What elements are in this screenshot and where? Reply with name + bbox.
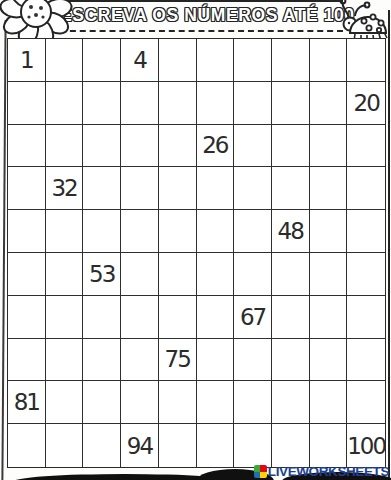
grid-cell-empty[interactable] [46, 125, 84, 168]
grid-cell-empty[interactable] [347, 210, 385, 253]
liveworksheets-watermark: LIVEWORKSHEETS [254, 464, 389, 479]
grid-cell-empty[interactable] [197, 210, 235, 253]
grid-cell-empty[interactable] [121, 381, 159, 424]
grid-cell-empty[interactable] [197, 167, 235, 210]
grid-cell-empty[interactable] [83, 39, 121, 82]
watermark-text: LIVEWORKSHEETS [268, 464, 389, 479]
grid-cell-empty[interactable] [8, 167, 46, 210]
grid-cell-empty[interactable] [83, 125, 121, 168]
grid-cell-given: 67 [234, 296, 272, 339]
grid-cell-given: 94 [121, 424, 159, 467]
grid-cell-given: 4 [121, 39, 159, 82]
grid-cell-empty[interactable] [46, 253, 84, 296]
grid-cell-empty[interactable] [197, 39, 235, 82]
grid-cell-empty[interactable] [272, 82, 310, 125]
grid-cell-empty[interactable] [310, 167, 348, 210]
grid-cell-empty[interactable] [46, 39, 84, 82]
grid-cell-empty[interactable] [272, 381, 310, 424]
hundred-chart-grid: 14202632485367758194100 [7, 38, 386, 468]
grid-cell-given: 81 [8, 381, 46, 424]
grid-cell-empty[interactable] [197, 424, 235, 467]
grid-cell-given: 100 [347, 424, 385, 467]
grid-cell-empty[interactable] [310, 82, 348, 125]
grid-cell-empty[interactable] [8, 296, 46, 339]
grid-cell-empty[interactable] [234, 424, 272, 467]
grid-cell-empty[interactable] [83, 296, 121, 339]
grid-cell-empty[interactable] [121, 253, 159, 296]
grid-cell-empty[interactable] [159, 296, 197, 339]
grid-cell-empty[interactable] [8, 82, 46, 125]
grid-cell-empty[interactable] [272, 339, 310, 382]
grid-cell-empty[interactable] [272, 125, 310, 168]
grid-cell-empty[interactable] [83, 167, 121, 210]
grid-cell-empty[interactable] [310, 39, 348, 82]
grid-cell-empty[interactable] [272, 39, 310, 82]
grid-cell-empty[interactable] [234, 125, 272, 168]
grid-cell-empty[interactable] [234, 82, 272, 125]
grid-cell-given: 48 [272, 210, 310, 253]
grid-cell-empty[interactable] [8, 210, 46, 253]
grid-cell-empty[interactable] [159, 253, 197, 296]
grid-cell-empty[interactable] [159, 39, 197, 82]
grid-cell-empty[interactable] [347, 381, 385, 424]
grid-cell-empty[interactable] [46, 82, 84, 125]
grid-cell-empty[interactable] [347, 253, 385, 296]
grid-cell-empty[interactable] [310, 210, 348, 253]
grid-cell-empty[interactable] [310, 424, 348, 467]
grid-cell-empty[interactable] [83, 381, 121, 424]
grid-cell-empty[interactable] [310, 381, 348, 424]
grid-cell-empty[interactable] [347, 125, 385, 168]
grid-cell-empty[interactable] [159, 125, 197, 168]
grid-cell-empty[interactable] [310, 125, 348, 168]
grid-cell-empty[interactable] [197, 296, 235, 339]
grid-cell-empty[interactable] [46, 339, 84, 382]
frame-left-line [1, 20, 6, 480]
grid-cell-empty[interactable] [272, 296, 310, 339]
grid-cell-empty[interactable] [234, 381, 272, 424]
worksheet-page: ESCREVA OS NÚMEROS ATÉ 100 [0, 0, 391, 480]
grid-cell-empty[interactable] [272, 167, 310, 210]
logo-tile-yellow [260, 472, 267, 479]
grid-cell-empty[interactable] [83, 424, 121, 467]
grid-cell-empty[interactable] [310, 296, 348, 339]
grid-cell-empty[interactable] [272, 424, 310, 467]
grid-cell-given: 20 [347, 82, 385, 125]
grid-cell-empty[interactable] [310, 339, 348, 382]
grid-cell-empty[interactable] [159, 424, 197, 467]
grid-cell-empty[interactable] [121, 125, 159, 168]
grid-cell-empty[interactable] [46, 296, 84, 339]
title-box: ESCREVA OS NÚMEROS ATÉ 100 [60, 0, 343, 32]
grid-cell-empty[interactable] [121, 167, 159, 210]
grid-cell-empty[interactable] [121, 82, 159, 125]
grid-cell-empty[interactable] [83, 339, 121, 382]
page-title: ESCREVA OS NÚMEROS ATÉ 100 [60, 5, 355, 25]
grid-cell-empty[interactable] [234, 167, 272, 210]
grid-cell-given: 53 [83, 253, 121, 296]
grid-cell-empty[interactable] [234, 39, 272, 82]
grid-cell-empty[interactable] [197, 253, 235, 296]
grid-cell-empty[interactable] [159, 210, 197, 253]
grid-cell-empty[interactable] [159, 167, 197, 210]
grid-cell-empty[interactable] [83, 82, 121, 125]
grid-cell-empty[interactable] [234, 210, 272, 253]
grid-cell-empty[interactable] [234, 253, 272, 296]
grid-cell-empty[interactable] [159, 381, 197, 424]
grid-cell-empty[interactable] [347, 167, 385, 210]
grid-cell-empty[interactable] [8, 339, 46, 382]
grid-cell-empty[interactable] [8, 424, 46, 467]
grid-cell-empty[interactable] [347, 296, 385, 339]
grid-cell-empty[interactable] [272, 253, 310, 296]
grid-cell-empty[interactable] [197, 82, 235, 125]
liveworksheets-logo-icon [254, 465, 267, 478]
grid-cell-given: 1 [8, 39, 46, 82]
grid-cell-empty[interactable] [8, 253, 46, 296]
grid-cell-empty[interactable] [46, 424, 84, 467]
grid-cell-empty[interactable] [121, 210, 159, 253]
grid-cell-empty[interactable] [310, 253, 348, 296]
grid-cell-empty[interactable] [347, 339, 385, 382]
grid-cell-empty[interactable] [121, 339, 159, 382]
frame-right-line [388, 10, 391, 480]
grid-cell-given: 26 [197, 125, 235, 168]
grid-cell-empty[interactable] [234, 339, 272, 382]
grid-cell-empty[interactable] [347, 39, 385, 82]
grid-cell-empty[interactable] [159, 82, 197, 125]
grid-cell-empty[interactable] [46, 210, 84, 253]
grid-cell-empty[interactable] [46, 381, 84, 424]
grid-cell-empty[interactable] [197, 339, 235, 382]
grid-cell-given: 32 [46, 167, 84, 210]
grid-cell-empty[interactable] [197, 381, 235, 424]
grid-cell-empty[interactable] [8, 125, 46, 168]
grid-cell-given: 75 [159, 339, 197, 382]
grid-cell-empty[interactable] [121, 296, 159, 339]
grid-cell-empty[interactable] [83, 210, 121, 253]
